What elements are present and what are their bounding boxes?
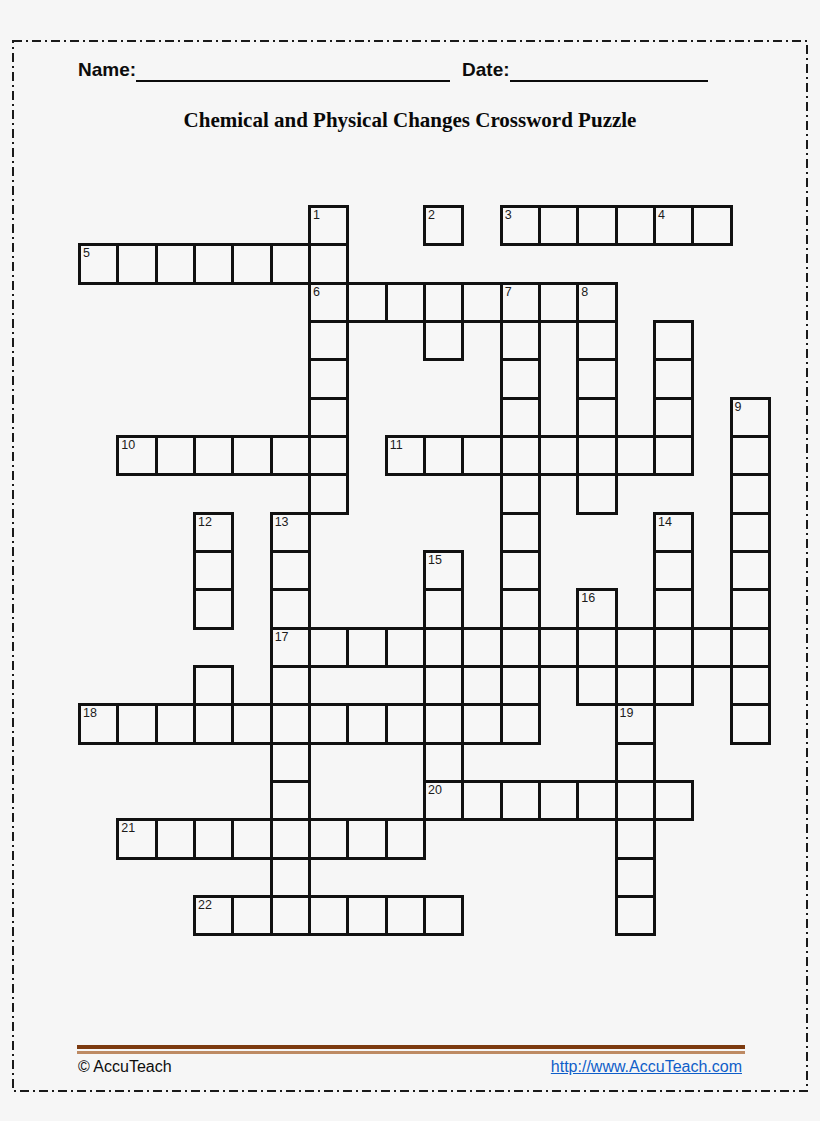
- grid-cell[interactable]: [653, 665, 694, 706]
- grid-cell[interactable]: [423, 895, 464, 936]
- grid-cell[interactable]: 7: [500, 282, 541, 323]
- clue-number: 20: [428, 784, 442, 797]
- grid-cell[interactable]: [653, 435, 694, 476]
- grid-cell[interactable]: [538, 282, 579, 323]
- grid-cell[interactable]: 10: [116, 435, 157, 476]
- grid-cell[interactable]: [576, 205, 617, 246]
- grid-cell[interactable]: [193, 435, 234, 476]
- grid-cell[interactable]: [500, 512, 541, 553]
- grid-cell[interactable]: [270, 435, 311, 476]
- grid-cell[interactable]: [385, 282, 426, 323]
- grid-cell[interactable]: [615, 857, 656, 898]
- grid-cell[interactable]: [193, 665, 234, 706]
- clue-number: 12: [198, 516, 212, 529]
- grid-cell[interactable]: [308, 435, 349, 476]
- grid-cell[interactable]: [155, 435, 196, 476]
- name-label: Name:: [78, 58, 136, 82]
- grid-cell[interactable]: [730, 550, 771, 591]
- grid-cell[interactable]: [270, 857, 311, 898]
- grid-cell[interactable]: [500, 588, 541, 629]
- clue-number: 5: [83, 247, 90, 260]
- grid-cell[interactable]: 3: [500, 205, 541, 246]
- grid-cell[interactable]: [346, 818, 387, 859]
- grid-cell[interactable]: [231, 703, 272, 744]
- grid-cell[interactable]: 8: [576, 282, 617, 323]
- grid-cell[interactable]: [653, 588, 694, 629]
- clue-number: 19: [620, 707, 634, 720]
- grid-cell[interactable]: [538, 780, 579, 821]
- grid-cell[interactable]: [615, 627, 656, 668]
- clue-number: 4: [658, 209, 665, 222]
- grid-cell[interactable]: [461, 627, 502, 668]
- grid-cell[interactable]: 5: [78, 243, 119, 284]
- grid-cell[interactable]: [155, 818, 196, 859]
- grid-cell[interactable]: [116, 243, 157, 284]
- grid-cell[interactable]: 11: [385, 435, 426, 476]
- clue-number: 18: [83, 707, 97, 720]
- grid-cell[interactable]: [308, 320, 349, 361]
- grid-cell[interactable]: [691, 627, 732, 668]
- clue-number: 8: [581, 286, 588, 299]
- grid-cell[interactable]: [576, 627, 617, 668]
- grid-cell[interactable]: [500, 550, 541, 591]
- grid-cell[interactable]: [615, 205, 656, 246]
- grid-cell[interactable]: [730, 627, 771, 668]
- grid-cell[interactable]: [346, 282, 387, 323]
- grid-cell[interactable]: [653, 358, 694, 399]
- grid-cell[interactable]: [270, 742, 311, 783]
- grid-cell[interactable]: 13: [270, 512, 311, 553]
- clue-number: 17: [275, 631, 289, 644]
- grid-cell[interactable]: 19: [615, 703, 656, 744]
- grid-cell[interactable]: 22: [193, 895, 234, 936]
- grid-cell[interactable]: [653, 780, 694, 821]
- grid-cell[interactable]: [500, 320, 541, 361]
- grid-cell[interactable]: 15: [423, 550, 464, 591]
- grid-cell[interactable]: [730, 435, 771, 476]
- grid-cell[interactable]: [538, 205, 579, 246]
- clue-number: 16: [581, 592, 595, 605]
- grid-cell[interactable]: [308, 473, 349, 514]
- clue-number: 1: [313, 209, 320, 222]
- grid-cell[interactable]: 16: [576, 588, 617, 629]
- grid-cell[interactable]: [270, 550, 311, 591]
- grid-cell[interactable]: [308, 397, 349, 438]
- grid-cell[interactable]: [576, 320, 617, 361]
- grid-cell[interactable]: 1: [308, 205, 349, 246]
- grid-cell[interactable]: [461, 282, 502, 323]
- grid-cell[interactable]: 21: [116, 818, 157, 859]
- date-input-line[interactable]: [510, 60, 708, 82]
- grid-cell[interactable]: [423, 588, 464, 629]
- grid-cell[interactable]: [308, 895, 349, 936]
- grid-cell[interactable]: [730, 512, 771, 553]
- grid-cell[interactable]: [346, 627, 387, 668]
- grid-cell[interactable]: 18: [78, 703, 119, 744]
- grid-cell[interactable]: [576, 435, 617, 476]
- grid-cell[interactable]: [270, 243, 311, 284]
- grid-cell[interactable]: [500, 780, 541, 821]
- grid-cell[interactable]: [385, 703, 426, 744]
- grid-cell[interactable]: [308, 703, 349, 744]
- grid-cell[interactable]: [308, 243, 349, 284]
- grid-cell[interactable]: [615, 665, 656, 706]
- grid-cell[interactable]: [423, 665, 464, 706]
- grid-cell[interactable]: [231, 435, 272, 476]
- grid-cell[interactable]: [231, 818, 272, 859]
- grid-cell[interactable]: [308, 627, 349, 668]
- grid-cell[interactable]: 17: [270, 627, 311, 668]
- grid-cell[interactable]: [346, 703, 387, 744]
- grid-cell[interactable]: [538, 435, 579, 476]
- grid-cell[interactable]: [423, 435, 464, 476]
- grid-cell[interactable]: [653, 627, 694, 668]
- grid-cell[interactable]: [615, 895, 656, 936]
- grid-cell[interactable]: [423, 282, 464, 323]
- worksheet-footer: © AccuTeach http://www.AccuTeach.com: [78, 1058, 742, 1076]
- grid-cell[interactable]: 2: [423, 205, 464, 246]
- grid-cell[interactable]: [308, 358, 349, 399]
- grid-cell[interactable]: [193, 243, 234, 284]
- grid-cell[interactable]: [576, 665, 617, 706]
- clue-number: 7: [505, 286, 512, 299]
- grid-cell[interactable]: 6: [308, 282, 349, 323]
- accuteach-link[interactable]: http://www.AccuTeach.com: [551, 1058, 742, 1076]
- crossword-grid: 12345678910111213141516171819202122: [78, 205, 772, 937]
- clue-number: 9: [735, 401, 742, 414]
- footer-divider-bar: [77, 1045, 745, 1051]
- grid-cell[interactable]: [730, 473, 771, 514]
- grid-cell[interactable]: [538, 627, 579, 668]
- grid-cell[interactable]: 4: [653, 205, 694, 246]
- grid-cell[interactable]: [730, 665, 771, 706]
- date-label: Date:: [462, 58, 510, 82]
- grid-cell[interactable]: [270, 780, 311, 821]
- grid-cell[interactable]: [500, 473, 541, 514]
- copyright-text: © AccuTeach: [78, 1058, 172, 1076]
- clue-number: 11: [390, 439, 403, 452]
- grid-cell[interactable]: 14: [653, 512, 694, 553]
- grid-cell[interactable]: [116, 703, 157, 744]
- grid-cell[interactable]: [270, 895, 311, 936]
- grid-cell[interactable]: [653, 550, 694, 591]
- grid-cell[interactable]: [500, 627, 541, 668]
- grid-cell[interactable]: [423, 627, 464, 668]
- grid-cell[interactable]: [653, 320, 694, 361]
- grid-cell[interactable]: [423, 703, 464, 744]
- grid-cell[interactable]: [270, 818, 311, 859]
- grid-cell[interactable]: [385, 895, 426, 936]
- grid-cell[interactable]: [461, 780, 502, 821]
- grid-cell[interactable]: [500, 665, 541, 706]
- grid-cell[interactable]: [500, 358, 541, 399]
- clue-number: 22: [198, 899, 212, 912]
- clue-number: 3: [505, 209, 512, 222]
- grid-cell[interactable]: [270, 665, 311, 706]
- grid-cell[interactable]: [193, 588, 234, 629]
- clue-number: 6: [313, 286, 320, 299]
- grid-cell[interactable]: [576, 358, 617, 399]
- grid-cell[interactable]: [423, 320, 464, 361]
- clue-number: 13: [275, 516, 289, 529]
- grid-cell[interactable]: [615, 742, 656, 783]
- grid-cell[interactable]: [231, 895, 272, 936]
- grid-cell[interactable]: [615, 780, 656, 821]
- grid-cell[interactable]: [270, 703, 311, 744]
- grid-cell[interactable]: [193, 818, 234, 859]
- page-title: Chemical and Physical Changes Crossword …: [0, 108, 820, 133]
- grid-cell[interactable]: [500, 435, 541, 476]
- grid-cell[interactable]: [691, 205, 732, 246]
- clue-number: 10: [121, 439, 135, 452]
- worksheet-header: Name:Date:: [78, 58, 720, 82]
- clue-number: 21: [121, 822, 135, 835]
- grid-cell[interactable]: 9: [730, 397, 771, 438]
- grid-cell[interactable]: 12: [193, 512, 234, 553]
- grid-cell[interactable]: [346, 895, 387, 936]
- grid-cell[interactable]: [653, 397, 694, 438]
- grid-cell[interactable]: [576, 780, 617, 821]
- grid-cell[interactable]: [576, 473, 617, 514]
- grid-cell[interactable]: [270, 588, 311, 629]
- grid-cell[interactable]: [385, 818, 426, 859]
- grid-cell[interactable]: [193, 703, 234, 744]
- grid-cell[interactable]: [615, 818, 656, 859]
- name-input-line[interactable]: [136, 60, 450, 82]
- grid-cell[interactable]: [155, 703, 196, 744]
- grid-cell[interactable]: [730, 703, 771, 744]
- clue-number: 15: [428, 554, 442, 567]
- grid-cell[interactable]: [730, 588, 771, 629]
- grid-cell[interactable]: [155, 243, 196, 284]
- grid-cell[interactable]: [615, 435, 656, 476]
- grid-cell[interactable]: [308, 818, 349, 859]
- grid-cell[interactable]: [231, 243, 272, 284]
- grid-cell[interactable]: [385, 627, 426, 668]
- grid-cell[interactable]: [193, 550, 234, 591]
- grid-cell[interactable]: [461, 435, 502, 476]
- grid-cell[interactable]: [423, 742, 464, 783]
- grid-cell[interactable]: [500, 703, 541, 744]
- grid-cell[interactable]: [500, 397, 541, 438]
- clue-number: 14: [658, 516, 672, 529]
- grid-cell[interactable]: [576, 397, 617, 438]
- clue-number: 2: [428, 209, 435, 222]
- grid-cell[interactable]: [461, 703, 502, 744]
- grid-cell[interactable]: 20: [423, 780, 464, 821]
